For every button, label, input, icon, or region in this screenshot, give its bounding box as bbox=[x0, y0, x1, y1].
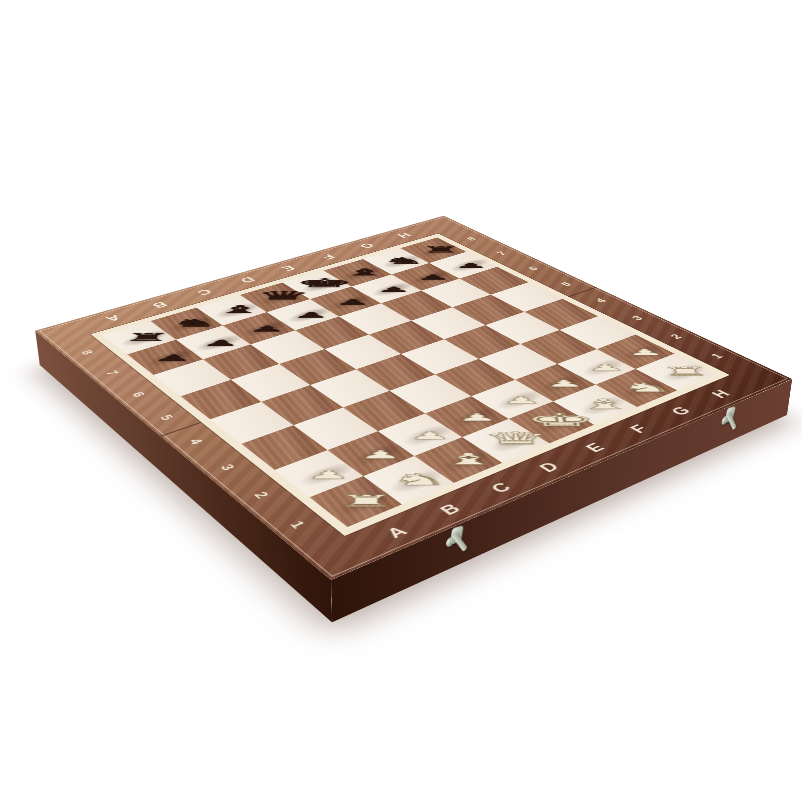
square-b1 bbox=[363, 456, 453, 504]
black-pawn-glyph: ♟ bbox=[418, 262, 524, 269]
rank-label-right-5: 5 bbox=[557, 280, 573, 287]
rank-label-left-4: 4 bbox=[186, 437, 207, 447]
file-label-near-f: F bbox=[626, 422, 653, 436]
square-a3 bbox=[241, 425, 327, 469]
black-pawn-glyph: ♟ bbox=[379, 274, 487, 281]
square-c3 bbox=[342, 391, 425, 432]
square-a4 bbox=[210, 402, 293, 444]
rank-label-right-4: 4 bbox=[592, 297, 609, 304]
square-d1 bbox=[463, 419, 550, 463]
rank-label-right-7: 7 bbox=[494, 250, 509, 256]
square-a1 bbox=[310, 476, 402, 527]
file-label-far-a: A bbox=[103, 313, 124, 324]
square-b4 bbox=[261, 385, 342, 425]
file-label-far-e: E bbox=[278, 264, 298, 273]
square-c1 bbox=[414, 437, 502, 483]
square-a5 bbox=[181, 380, 261, 419]
file-label-near-b: B bbox=[436, 501, 466, 518]
square-d4 bbox=[356, 354, 435, 391]
rank-label-right-3: 3 bbox=[628, 314, 645, 322]
rank-label-left-1: 1 bbox=[286, 519, 309, 531]
black-pawn-glyph: ♟ bbox=[339, 286, 449, 293]
chess-set-photo: AA11BB22CC33DD44EE55FF66GG77HH88 ♜♞♝♛♚♝♞… bbox=[0, 0, 802, 802]
square-b3 bbox=[293, 408, 377, 450]
file-label-far-h: H bbox=[394, 231, 414, 239]
file-label-near-g: G bbox=[667, 404, 696, 418]
file-label-near-h: H bbox=[707, 388, 735, 401]
white-pawn-glyph: ♟ bbox=[584, 348, 707, 357]
file-label-far-b: B bbox=[149, 300, 170, 310]
square-c2 bbox=[377, 413, 462, 456]
rank-label-left-2: 2 bbox=[250, 489, 273, 500]
square-c5 bbox=[279, 349, 356, 385]
square-h1 bbox=[636, 354, 716, 391]
rank-label-right-6: 6 bbox=[525, 265, 540, 272]
fold-seam-left bbox=[160, 417, 215, 436]
rank-label-left-6: 6 bbox=[128, 390, 148, 399]
rank-label-left-3: 3 bbox=[217, 462, 239, 472]
file-label-far-c: C bbox=[194, 287, 215, 297]
square-f1 bbox=[553, 385, 637, 425]
black-pawn-glyph: ♟ bbox=[161, 339, 281, 347]
file-label-far-g: G bbox=[356, 241, 377, 250]
square-b5 bbox=[231, 364, 310, 402]
rank-label-right-1: 1 bbox=[707, 351, 726, 359]
rank-label-left-7: 7 bbox=[102, 369, 122, 377]
square-f2 bbox=[515, 364, 596, 402]
rank-label-right-2: 2 bbox=[666, 332, 684, 340]
rank-label-right-8: 8 bbox=[464, 236, 478, 242]
file-label-near-e: E bbox=[581, 440, 609, 455]
rank-label-left-8: 8 bbox=[78, 349, 97, 357]
square-a2 bbox=[274, 450, 363, 497]
black-pawn-glyph: ♟ bbox=[253, 311, 368, 319]
black-rook-glyph: ♜ bbox=[390, 246, 493, 254]
square-a6 bbox=[153, 359, 231, 396]
file-label-near-a: A bbox=[382, 523, 412, 541]
file-label-far-d: D bbox=[237, 275, 258, 284]
rank-label-left-5: 5 bbox=[156, 413, 177, 422]
square-e3 bbox=[435, 359, 515, 396]
square-c4 bbox=[310, 369, 390, 407]
square-e2 bbox=[471, 380, 553, 419]
file-label-far-f: F bbox=[319, 253, 338, 261]
black-pawn-glyph: ♟ bbox=[208, 325, 325, 333]
square-d3 bbox=[390, 374, 471, 413]
square-d2 bbox=[425, 396, 509, 437]
file-label-near-d: D bbox=[535, 459, 564, 475]
file-label-near-c: C bbox=[486, 480, 515, 497]
square-e1 bbox=[509, 402, 594, 444]
black-pawn-glyph: ♟ bbox=[297, 298, 409, 305]
square-b2 bbox=[327, 431, 414, 476]
chess-board: AA11BB22CC33DD44EE55FF66GG77HH88 ♜♞♝♛♚♝♞… bbox=[35, 216, 792, 580]
square-g1 bbox=[595, 369, 677, 407]
